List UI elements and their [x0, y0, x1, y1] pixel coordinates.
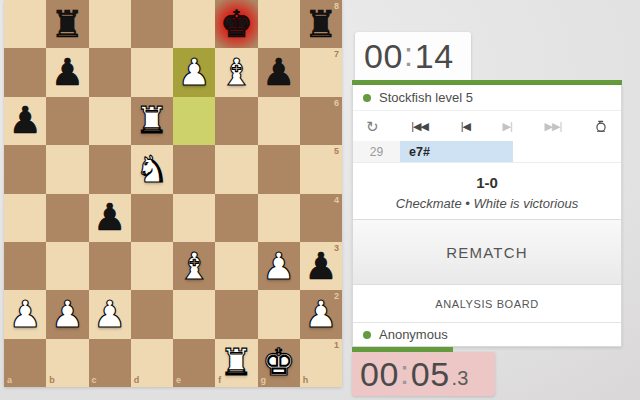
rank-label-5: 5 — [334, 147, 339, 156]
current-move[interactable]: e7# — [400, 141, 513, 162]
player-accent-bar — [352, 347, 453, 352]
square-b8[interactable]: ♜ — [46, 0, 88, 48]
opponent-name: Stockfish level 5 — [379, 90, 473, 105]
black-pawn-piece: ♟ — [304, 248, 337, 285]
white-bishop-piece: ♝ — [220, 54, 253, 91]
square-d5[interactable]: ♞ — [131, 145, 173, 193]
square-g7[interactable]: ♟ — [258, 48, 300, 96]
black-pawn-piece: ♟ — [262, 54, 295, 91]
file-label-a: a — [7, 376, 12, 385]
rank-label-6: 6 — [334, 99, 339, 108]
file-label-g: g — [261, 376, 267, 385]
square-g4[interactable] — [258, 194, 300, 242]
square-c6[interactable] — [89, 97, 131, 145]
square-g3[interactable]: ♟ — [258, 242, 300, 290]
square-g6[interactable] — [258, 97, 300, 145]
player-clock-tenths: .3 — [452, 367, 469, 396]
analysis-button[interactable] — [594, 119, 608, 133]
online-status-icon — [363, 94, 371, 102]
clock-separator: : — [399, 353, 411, 392]
move-number: 29 — [353, 141, 400, 162]
move-list-empty-cell — [513, 141, 621, 162]
square-d6[interactable]: ♜ — [131, 97, 173, 145]
white-pawn-piece: ♟ — [93, 296, 126, 333]
white-pawn-piece: ♟ — [304, 296, 337, 333]
square-g5[interactable] — [258, 145, 300, 193]
file-label-e: e — [176, 376, 181, 385]
opponent-clock-minutes: 00 — [364, 37, 403, 76]
square-e7[interactable]: ♟ — [173, 48, 215, 96]
game-side-panel: Stockfish level 5 ↻|◀◀|◀▶|▶▶| 29 e7# 1-0… — [352, 85, 622, 347]
square-c7[interactable] — [89, 48, 131, 96]
move-controls-toolbar: ↻|◀◀|◀▶|▶▶| — [353, 111, 621, 141]
rematch-button[interactable]: REMATCH — [353, 219, 621, 285]
square-c4[interactable]: ♟ — [89, 194, 131, 242]
square-f5[interactable] — [215, 145, 257, 193]
square-f6[interactable] — [215, 97, 257, 145]
result-status: Checkmate • White is victorious — [396, 196, 578, 211]
square-h1[interactable]: h1 — [300, 339, 342, 387]
white-king-piece: ♚ — [262, 344, 295, 381]
square-g8[interactable] — [258, 0, 300, 48]
square-a8[interactable] — [4, 0, 46, 48]
square-b4[interactable] — [46, 194, 88, 242]
square-g1[interactable]: ♚g — [258, 339, 300, 387]
white-bishop-piece: ♝ — [178, 248, 211, 285]
square-c8[interactable] — [89, 0, 131, 48]
black-pawn-piece: ♟ — [9, 102, 42, 139]
square-b6[interactable] — [46, 97, 88, 145]
game-result-block: 1-0 Checkmate • White is victorious — [353, 163, 621, 219]
opponent-clock-seconds: 14 — [415, 37, 454, 76]
black-rook-piece: ♜ — [51, 6, 84, 43]
opponent-row: Stockfish level 5 — [353, 85, 621, 111]
square-f4[interactable] — [215, 194, 257, 242]
player-clock-seconds: 05 — [411, 355, 450, 394]
square-b2[interactable]: ♟ — [46, 290, 88, 338]
square-a1[interactable]: a — [4, 339, 46, 387]
square-d4[interactable] — [131, 194, 173, 242]
file-label-f: f — [218, 376, 221, 385]
player-clock-minutes: 00 — [360, 355, 399, 394]
white-pawn-piece: ♟ — [51, 296, 84, 333]
square-g2[interactable] — [258, 290, 300, 338]
next-move-button: ▶| — [503, 121, 512, 132]
move-list-row: 29 e7# — [353, 141, 621, 163]
square-e4[interactable] — [173, 194, 215, 242]
result-score: 1-0 — [476, 174, 498, 191]
player-clock: 00:05.3 — [352, 352, 495, 396]
first-move-button[interactable]: |◀◀ — [411, 121, 428, 132]
black-pawn-piece: ♟ — [51, 54, 84, 91]
rank-label-4: 4 — [334, 196, 339, 205]
square-a4[interactable] — [4, 194, 46, 242]
online-status-icon — [363, 331, 371, 339]
square-f8[interactable]: ♚ — [215, 0, 257, 48]
square-c3[interactable] — [89, 242, 131, 290]
square-d1[interactable]: d — [131, 339, 173, 387]
square-f1[interactable]: ♜f — [215, 339, 257, 387]
game-page: ♜♚♜8♟♟♝♟7♟♜6♞5♟4♝♟♟3♟♟♟♟2abcde♜f♚gh1 00:… — [0, 0, 640, 400]
square-c5[interactable] — [89, 145, 131, 193]
square-h3[interactable]: ♟3 — [300, 242, 342, 290]
square-a5[interactable] — [4, 145, 46, 193]
square-b3[interactable] — [46, 242, 88, 290]
white-pawn-piece: ♟ — [9, 296, 42, 333]
black-pawn-piece: ♟ — [93, 199, 126, 236]
square-e1[interactable]: e — [173, 339, 215, 387]
square-e2[interactable] — [173, 290, 215, 338]
white-rook-piece: ♜ — [220, 344, 253, 381]
opponent-clock: 00:14 — [355, 32, 471, 80]
square-a3[interactable] — [4, 242, 46, 290]
rank-label-3: 3 — [334, 244, 339, 253]
black-king-piece: ♚ — [220, 6, 253, 43]
square-e8[interactable] — [173, 0, 215, 48]
square-d8[interactable] — [131, 0, 173, 48]
square-e3[interactable]: ♝ — [173, 242, 215, 290]
clock-separator: : — [403, 35, 415, 74]
last-move-button: ▶▶| — [545, 121, 562, 132]
white-pawn-piece: ♟ — [178, 54, 211, 91]
square-a6[interactable]: ♟ — [4, 97, 46, 145]
square-d7[interactable] — [131, 48, 173, 96]
rank-label-1: 1 — [334, 341, 339, 350]
square-f2[interactable] — [215, 290, 257, 338]
square-h7[interactable]: 7 — [300, 48, 342, 96]
square-e5[interactable] — [173, 145, 215, 193]
square-b1[interactable]: b — [46, 339, 88, 387]
square-e6[interactable] — [173, 97, 215, 145]
square-h6[interactable]: 6 — [300, 97, 342, 145]
square-b7[interactable]: ♟ — [46, 48, 88, 96]
white-knight-piece: ♞ — [135, 151, 168, 188]
file-label-c: c — [92, 376, 97, 385]
square-a2[interactable]: ♟ — [4, 290, 46, 338]
chess-board: ♜♚♜8♟♟♝♟7♟♜6♞5♟4♝♟♟3♟♟♟♟2abcde♜f♚gh1 — [4, 0, 342, 387]
square-f3[interactable] — [215, 242, 257, 290]
flip-board-button[interactable]: ↻ — [366, 119, 379, 134]
square-h8[interactable]: ♜8 — [300, 0, 342, 48]
square-f7[interactable]: ♝ — [215, 48, 257, 96]
file-label-d: d — [134, 376, 140, 385]
player-row: Anonymous — [353, 323, 621, 346]
white-rook-piece: ♜ — [135, 102, 168, 139]
rank-label-7: 7 — [334, 50, 339, 59]
player-name: Anonymous — [379, 327, 448, 342]
square-d3[interactable] — [131, 242, 173, 290]
rank-label-2: 2 — [334, 292, 339, 301]
square-c2[interactable]: ♟ — [89, 290, 131, 338]
square-d2[interactable] — [131, 290, 173, 338]
square-h5[interactable]: 5 — [300, 145, 342, 193]
previous-move-button[interactable]: |◀ — [461, 121, 470, 132]
square-a7[interactable] — [4, 48, 46, 96]
square-h4[interactable]: 4 — [300, 194, 342, 242]
square-c1[interactable]: c — [89, 339, 131, 387]
analysis-board-button[interactable]: ANALYSIS BOARD — [353, 285, 621, 323]
file-label-h: h — [303, 376, 309, 385]
square-b5[interactable] — [46, 145, 88, 193]
file-label-b: b — [49, 376, 55, 385]
rank-label-8: 8 — [334, 2, 339, 11]
square-h2[interactable]: ♟2 — [300, 290, 342, 338]
black-rook-piece: ♜ — [304, 6, 337, 43]
white-pawn-piece: ♟ — [262, 248, 295, 285]
